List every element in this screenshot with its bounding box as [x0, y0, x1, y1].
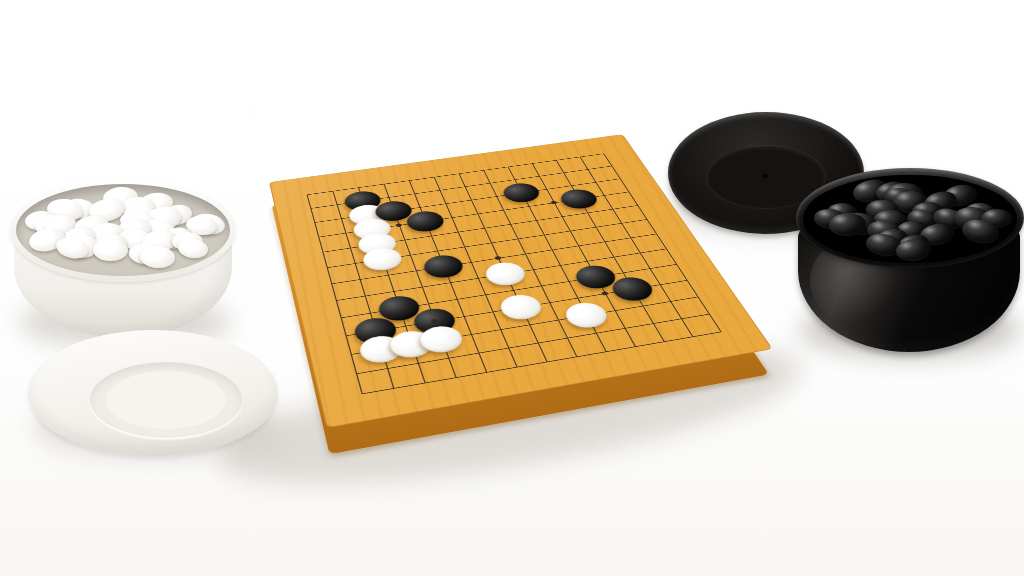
white-bowl-stone — [177, 237, 210, 260]
white-bowl-rim — [10, 178, 236, 282]
black-bowl-rim — [796, 168, 1024, 268]
black-bowl-opening — [803, 175, 1017, 263]
black-lid-center-dot — [763, 174, 768, 178]
go-board — [294, 54, 702, 462]
white-bowl-stone — [93, 239, 129, 261]
white-bowl-opening — [16, 184, 230, 276]
white-lid-ring — [90, 362, 242, 438]
white-bowl-lid — [28, 330, 278, 456]
white-lid-center — [106, 371, 226, 429]
white-stone-bowl — [10, 178, 236, 342]
go-set-product-photo — [0, 0, 1024, 576]
black-stone-bowl — [796, 168, 1024, 356]
